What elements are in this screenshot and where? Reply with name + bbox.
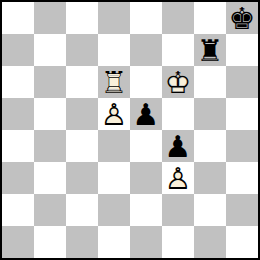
square-e6[interactable] [130,66,162,98]
white-king-outline-glyph: ♔ [162,66,194,98]
square-g1[interactable] [194,226,226,258]
square-d7[interactable] [98,34,130,66]
square-g4[interactable] [194,130,226,162]
square-g6[interactable] [194,66,226,98]
square-d6[interactable]: ♜♖ [98,66,130,98]
square-a3[interactable] [2,162,34,194]
square-a6[interactable] [2,66,34,98]
square-c7[interactable] [66,34,98,66]
square-e4[interactable] [130,130,162,162]
square-f6[interactable]: ♚♔ [162,66,194,98]
square-g2[interactable] [194,194,226,226]
square-f4[interactable]: ♟ [162,130,194,162]
square-a7[interactable] [2,34,34,66]
white-rook-outline-glyph: ♖ [98,66,130,98]
square-f3[interactable]: ♟♙ [162,162,194,194]
square-c8[interactable] [66,2,98,34]
square-d4[interactable] [98,130,130,162]
square-d3[interactable] [98,162,130,194]
white-pawn-outline-glyph: ♙ [98,98,130,130]
square-c3[interactable] [66,162,98,194]
piece-white-rook[interactable]: ♜♖ [98,66,130,98]
square-g8[interactable] [194,2,226,34]
piece-white-king[interactable]: ♚♔ [162,66,194,98]
black-rook-glyph: ♜ [194,34,226,66]
square-e1[interactable] [130,226,162,258]
black-pawn-glyph: ♟ [162,130,194,162]
square-h3[interactable] [226,162,258,194]
square-a1[interactable] [2,226,34,258]
piece-black-pawn[interactable]: ♟ [162,130,194,162]
square-d5[interactable]: ♟♙ [98,98,130,130]
square-b5[interactable] [34,98,66,130]
chess-board: ♚♜♜♖♚♔♟♙♟♟♟♙ [0,0,260,260]
square-c2[interactable] [66,194,98,226]
square-e8[interactable] [130,2,162,34]
square-h7[interactable] [226,34,258,66]
black-pawn-glyph: ♟ [130,98,162,130]
square-c4[interactable] [66,130,98,162]
piece-white-pawn[interactable]: ♟♙ [162,162,194,194]
square-b7[interactable] [34,34,66,66]
square-c6[interactable] [66,66,98,98]
square-b6[interactable] [34,66,66,98]
square-h4[interactable] [226,130,258,162]
square-e7[interactable] [130,34,162,66]
white-pawn-outline-glyph: ♙ [162,162,194,194]
square-d2[interactable] [98,194,130,226]
square-d1[interactable] [98,226,130,258]
square-a5[interactable] [2,98,34,130]
square-f1[interactable] [162,226,194,258]
square-e3[interactable] [130,162,162,194]
square-h8[interactable]: ♚ [226,2,258,34]
square-b2[interactable] [34,194,66,226]
square-h1[interactable] [226,226,258,258]
square-g7[interactable]: ♜ [194,34,226,66]
square-b8[interactable] [34,2,66,34]
square-b1[interactable] [34,226,66,258]
black-king-glyph: ♚ [226,2,258,34]
piece-white-pawn[interactable]: ♟♙ [98,98,130,130]
square-b4[interactable] [34,130,66,162]
square-e2[interactable] [130,194,162,226]
piece-black-rook[interactable]: ♜ [194,34,226,66]
square-h5[interactable] [226,98,258,130]
square-a2[interactable] [2,194,34,226]
square-h2[interactable] [226,194,258,226]
piece-black-pawn[interactable]: ♟ [130,98,162,130]
square-c1[interactable] [66,226,98,258]
square-f2[interactable] [162,194,194,226]
square-h6[interactable] [226,66,258,98]
piece-black-king[interactable]: ♚ [226,2,258,34]
square-g3[interactable] [194,162,226,194]
square-f7[interactable] [162,34,194,66]
square-f8[interactable] [162,2,194,34]
square-g5[interactable] [194,98,226,130]
square-a4[interactable] [2,130,34,162]
square-b3[interactable] [34,162,66,194]
square-d8[interactable] [98,2,130,34]
square-a8[interactable] [2,2,34,34]
square-c5[interactable] [66,98,98,130]
square-f5[interactable] [162,98,194,130]
square-e5[interactable]: ♟ [130,98,162,130]
